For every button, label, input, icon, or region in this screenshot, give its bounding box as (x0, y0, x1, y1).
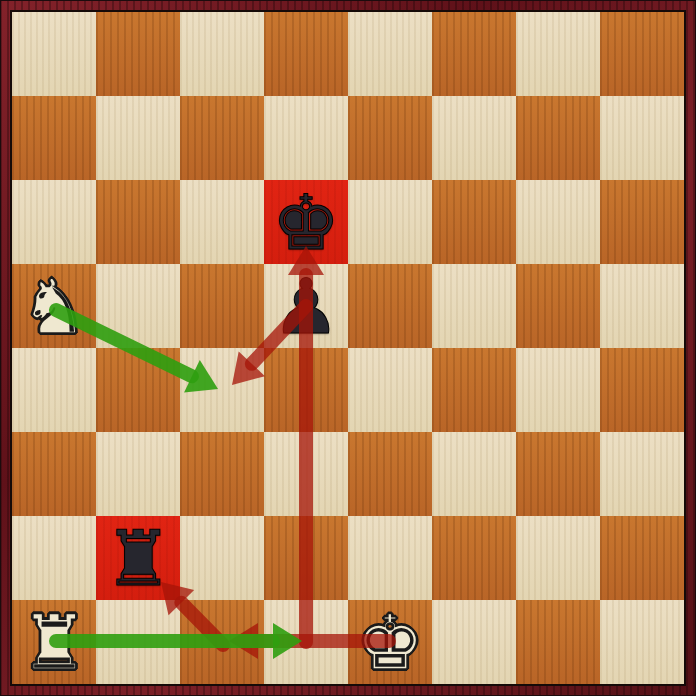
square-f4[interactable] (432, 348, 516, 432)
white-king-e1[interactable]: ♚ (348, 600, 432, 684)
square-h8[interactable] (600, 12, 684, 96)
square-d3[interactable] (264, 432, 348, 516)
square-b7[interactable] (96, 96, 180, 180)
square-b3[interactable] (96, 432, 180, 516)
square-a1[interactable]: ♜ (12, 600, 96, 684)
square-e3[interactable] (348, 432, 432, 516)
square-b2[interactable]: ♜ (96, 516, 180, 600)
square-d7[interactable] (264, 96, 348, 180)
square-d6[interactable]: ♚ (264, 180, 348, 264)
chess-board[interactable]: ♚♞♟♜♜♚ (12, 12, 684, 684)
square-b4[interactable] (96, 348, 180, 432)
square-c6[interactable] (180, 180, 264, 264)
square-b6[interactable] (96, 180, 180, 264)
square-a6[interactable] (12, 180, 96, 264)
square-e1[interactable]: ♚ (348, 600, 432, 684)
square-h2[interactable] (600, 516, 684, 600)
square-a8[interactable] (12, 12, 96, 96)
square-a3[interactable] (12, 432, 96, 516)
square-h3[interactable] (600, 432, 684, 516)
square-e7[interactable] (348, 96, 432, 180)
square-f2[interactable] (432, 516, 516, 600)
square-c4[interactable] (180, 348, 264, 432)
square-a5[interactable]: ♞ (12, 264, 96, 348)
square-d2[interactable] (264, 516, 348, 600)
square-f5[interactable] (432, 264, 516, 348)
square-g5[interactable] (516, 264, 600, 348)
square-g4[interactable] (516, 348, 600, 432)
square-h7[interactable] (600, 96, 684, 180)
square-g2[interactable] (516, 516, 600, 600)
square-h1[interactable] (600, 600, 684, 684)
square-b5[interactable] (96, 264, 180, 348)
chess-app-window: ♚♞♟♜♜♚ (0, 0, 696, 696)
square-h6[interactable] (600, 180, 684, 264)
square-h5[interactable] (600, 264, 684, 348)
square-d5[interactable]: ♟ (264, 264, 348, 348)
square-a7[interactable] (12, 96, 96, 180)
square-f1[interactable] (432, 600, 516, 684)
square-d1[interactable] (264, 600, 348, 684)
square-g8[interactable] (516, 12, 600, 96)
square-e8[interactable] (348, 12, 432, 96)
square-c7[interactable] (180, 96, 264, 180)
square-a2[interactable] (12, 516, 96, 600)
square-e5[interactable] (348, 264, 432, 348)
black-rook-b2[interactable]: ♜ (96, 516, 180, 600)
square-f3[interactable] (432, 432, 516, 516)
square-f7[interactable] (432, 96, 516, 180)
black-pawn-d5[interactable]: ♟ (264, 264, 348, 348)
square-a4[interactable] (12, 348, 96, 432)
square-d4[interactable] (264, 348, 348, 432)
square-c3[interactable] (180, 432, 264, 516)
square-e6[interactable] (348, 180, 432, 264)
square-c2[interactable] (180, 516, 264, 600)
square-g7[interactable] (516, 96, 600, 180)
square-f6[interactable] (432, 180, 516, 264)
square-h4[interactable] (600, 348, 684, 432)
square-b1[interactable] (96, 600, 180, 684)
square-b8[interactable] (96, 12, 180, 96)
square-g3[interactable] (516, 432, 600, 516)
square-f8[interactable] (432, 12, 516, 96)
black-king-d6[interactable]: ♚ (264, 180, 348, 264)
square-g6[interactable] (516, 180, 600, 264)
square-c8[interactable] (180, 12, 264, 96)
square-g1[interactable] (516, 600, 600, 684)
square-c5[interactable] (180, 264, 264, 348)
white-rook-a1[interactable]: ♜ (12, 600, 96, 684)
square-c1[interactable] (180, 600, 264, 684)
square-e4[interactable] (348, 348, 432, 432)
square-e2[interactable] (348, 516, 432, 600)
white-knight-a5[interactable]: ♞ (12, 264, 96, 348)
square-d8[interactable] (264, 12, 348, 96)
